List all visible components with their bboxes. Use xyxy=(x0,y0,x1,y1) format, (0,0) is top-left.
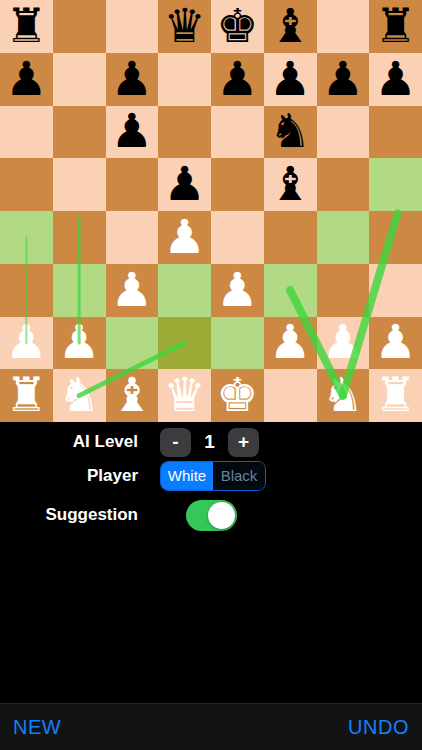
square-f4[interactable] xyxy=(264,211,317,264)
player-option-black[interactable]: Black xyxy=(213,462,265,490)
square-d7[interactable] xyxy=(158,53,211,106)
piece-white-knight[interactable]: ♞ xyxy=(58,371,100,418)
piece-white-pawn[interactable]: ♟ xyxy=(58,318,100,365)
bottom-toolbar: NEW UNDO xyxy=(0,703,422,750)
square-b6[interactable] xyxy=(53,106,106,159)
piece-black-queen[interactable]: ♛ xyxy=(164,2,206,49)
suggestion-row: Suggestion xyxy=(0,499,237,531)
square-a4[interactable] xyxy=(0,211,53,264)
ai-level-label: AI Level xyxy=(0,432,138,452)
piece-black-bishop[interactable]: ♝ xyxy=(269,2,311,49)
piece-white-rook[interactable]: ♜ xyxy=(5,371,47,418)
piece-white-bishop[interactable]: ♝ xyxy=(111,371,153,418)
square-g2[interactable]: ♟ xyxy=(317,317,370,370)
square-h3[interactable] xyxy=(369,264,422,317)
square-e4[interactable] xyxy=(211,211,264,264)
square-c8[interactable] xyxy=(106,0,159,53)
piece-white-pawn[interactable]: ♟ xyxy=(216,266,258,313)
piece-black-pawn[interactable]: ♟ xyxy=(375,55,417,102)
square-f5[interactable]: ♝ xyxy=(264,158,317,211)
piece-white-king[interactable]: ♚ xyxy=(216,371,258,418)
square-h5[interactable] xyxy=(369,158,422,211)
square-h7[interactable]: ♟ xyxy=(369,53,422,106)
piece-white-pawn[interactable]: ♟ xyxy=(375,318,417,365)
player-row: Player White Black xyxy=(0,460,266,491)
square-a5[interactable] xyxy=(0,158,53,211)
square-e7[interactable]: ♟ xyxy=(211,53,264,106)
piece-white-knight[interactable]: ♞ xyxy=(322,371,364,418)
square-a8[interactable]: ♜ xyxy=(0,0,53,53)
square-b1[interactable]: ♞ xyxy=(53,369,106,422)
square-e6[interactable] xyxy=(211,106,264,159)
player-segmented-control: White Black xyxy=(160,461,266,491)
square-d3[interactable] xyxy=(158,264,211,317)
square-c6[interactable]: ♟ xyxy=(106,106,159,159)
piece-black-pawn[interactable]: ♟ xyxy=(111,55,153,102)
piece-black-pawn[interactable]: ♟ xyxy=(322,55,364,102)
square-d6[interactable] xyxy=(158,106,211,159)
player-option-white[interactable]: White xyxy=(161,462,213,490)
square-b2[interactable]: ♟ xyxy=(53,317,106,370)
square-a2[interactable]: ♟ xyxy=(0,317,53,370)
square-c5[interactable] xyxy=(106,158,159,211)
square-g3[interactable] xyxy=(317,264,370,317)
piece-black-pawn[interactable]: ♟ xyxy=(5,55,47,102)
piece-black-rook[interactable]: ♜ xyxy=(5,2,47,49)
square-g6[interactable] xyxy=(317,106,370,159)
square-e3[interactable]: ♟ xyxy=(211,264,264,317)
square-d4[interactable]: ♟ xyxy=(158,211,211,264)
piece-black-pawn[interactable]: ♟ xyxy=(111,107,153,154)
square-a6[interactable] xyxy=(0,106,53,159)
square-g1[interactable]: ♞ xyxy=(317,369,370,422)
square-b8[interactable] xyxy=(53,0,106,53)
piece-white-queen[interactable]: ♛ xyxy=(164,371,206,418)
piece-black-pawn[interactable]: ♟ xyxy=(269,55,311,102)
piece-white-rook[interactable]: ♜ xyxy=(375,371,417,418)
suggestion-toggle[interactable] xyxy=(186,500,237,531)
piece-black-rook[interactable]: ♜ xyxy=(375,2,417,49)
piece-black-king[interactable]: ♚ xyxy=(216,2,258,49)
square-c1[interactable]: ♝ xyxy=(106,369,159,422)
square-b5[interactable] xyxy=(53,158,106,211)
square-e5[interactable] xyxy=(211,158,264,211)
square-f7[interactable]: ♟ xyxy=(264,53,317,106)
square-b3[interactable] xyxy=(53,264,106,317)
toggle-knob xyxy=(208,502,235,529)
square-d8[interactable]: ♛ xyxy=(158,0,211,53)
square-d2[interactable] xyxy=(158,317,211,370)
square-d1[interactable]: ♛ xyxy=(158,369,211,422)
chess-board: ♜♛♚♝♜♟♟♟♟♟♟♟♞♟♝♟♟♟♟♟♟♟♟♜♞♝♛♚♞♜ xyxy=(0,0,422,422)
ai-level-value: 1 xyxy=(191,431,228,453)
square-f1[interactable] xyxy=(264,369,317,422)
piece-black-knight[interactable]: ♞ xyxy=(269,107,311,154)
square-h4[interactable] xyxy=(369,211,422,264)
piece-black-pawn[interactable]: ♟ xyxy=(164,160,206,207)
square-g8[interactable] xyxy=(317,0,370,53)
square-a3[interactable] xyxy=(0,264,53,317)
piece-white-pawn[interactable]: ♟ xyxy=(5,318,47,365)
square-a1[interactable]: ♜ xyxy=(0,369,53,422)
piece-black-bishop[interactable]: ♝ xyxy=(269,160,311,207)
square-h8[interactable]: ♜ xyxy=(369,0,422,53)
square-f3[interactable] xyxy=(264,264,317,317)
square-f2[interactable]: ♟ xyxy=(264,317,317,370)
square-e8[interactable]: ♚ xyxy=(211,0,264,53)
square-g7[interactable]: ♟ xyxy=(317,53,370,106)
square-c4[interactable] xyxy=(106,211,159,264)
square-b4[interactable] xyxy=(53,211,106,264)
square-c2[interactable] xyxy=(106,317,159,370)
chess-app: ♜♛♚♝♜♟♟♟♟♟♟♟♞♟♝♟♟♟♟♟♟♟♟♜♞♝♛♚♞♜ AI Level … xyxy=(0,0,422,750)
suggestion-label: Suggestion xyxy=(0,505,138,525)
piece-white-pawn[interactable]: ♟ xyxy=(111,266,153,313)
square-f6[interactable]: ♞ xyxy=(264,106,317,159)
square-e2[interactable] xyxy=(211,317,264,370)
piece-white-pawn[interactable]: ♟ xyxy=(164,213,206,260)
piece-white-pawn[interactable]: ♟ xyxy=(322,318,364,365)
square-b7[interactable] xyxy=(53,53,106,106)
square-a7[interactable]: ♟ xyxy=(0,53,53,106)
ai-level-row: AI Level - 1 + xyxy=(0,427,259,457)
square-h6[interactable] xyxy=(369,106,422,159)
square-h1[interactable]: ♜ xyxy=(369,369,422,422)
ai-level-decrease-button[interactable]: - xyxy=(160,428,191,457)
ai-level-increase-button[interactable]: + xyxy=(228,428,259,457)
piece-black-pawn[interactable]: ♟ xyxy=(216,55,258,102)
square-f8[interactable]: ♝ xyxy=(264,0,317,53)
square-c7[interactable]: ♟ xyxy=(106,53,159,106)
square-g4[interactable] xyxy=(317,211,370,264)
piece-white-pawn[interactable]: ♟ xyxy=(269,318,311,365)
new-game-button[interactable]: NEW xyxy=(13,716,61,739)
square-d5[interactable]: ♟ xyxy=(158,158,211,211)
square-g5[interactable] xyxy=(317,158,370,211)
square-e1[interactable]: ♚ xyxy=(211,369,264,422)
ai-level-stepper: - 1 + xyxy=(160,428,259,457)
undo-button[interactable]: UNDO xyxy=(348,716,409,739)
square-h2[interactable]: ♟ xyxy=(369,317,422,370)
square-c3[interactable]: ♟ xyxy=(106,264,159,317)
player-label: Player xyxy=(0,466,138,486)
